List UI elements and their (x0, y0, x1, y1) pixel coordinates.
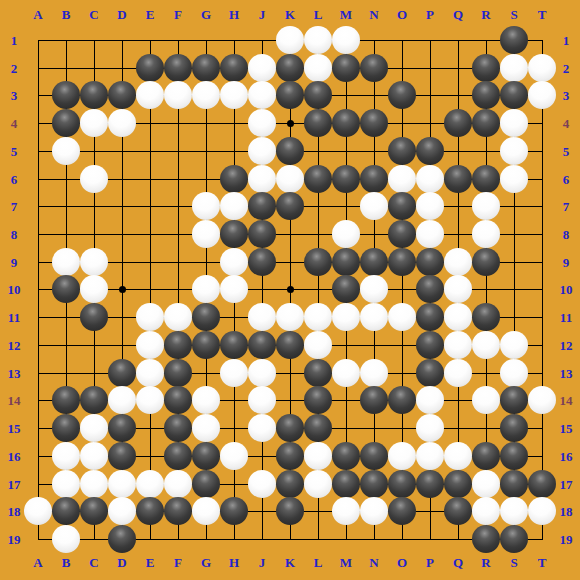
stone-white-R12 (472, 331, 500, 359)
row-label-right-11: 11 (560, 311, 572, 324)
stone-black-G17 (192, 470, 220, 498)
stone-white-N10 (360, 275, 388, 303)
row-label-right-16: 16 (560, 450, 573, 463)
stone-white-S5 (500, 137, 528, 165)
stone-white-F17 (164, 470, 192, 498)
stone-black-Q18 (444, 497, 472, 525)
stone-white-G10 (192, 275, 220, 303)
stone-black-Q17 (444, 470, 472, 498)
stone-white-S2 (500, 54, 528, 82)
stone-black-D13 (108, 359, 136, 387)
stone-black-R16 (472, 442, 500, 470)
stone-white-E14 (136, 386, 164, 414)
col-label-bottom-S: S (510, 556, 517, 569)
col-label-bottom-L: L (314, 556, 323, 569)
stone-black-O3 (388, 81, 416, 109)
stone-white-L16 (304, 442, 332, 470)
go-board-app: AABBCCDDEEFFGGHHJJKKLLMMNNOOPPQQRRSSTT11… (0, 0, 580, 580)
stone-white-R7 (472, 192, 500, 220)
stone-white-R17 (472, 470, 500, 498)
stone-black-C3 (80, 81, 108, 109)
stone-white-C16 (80, 442, 108, 470)
board-grid-line-vertical (38, 40, 39, 540)
stone-white-B16 (52, 442, 80, 470)
stone-white-B17 (52, 470, 80, 498)
stone-white-S4 (500, 109, 528, 137)
row-label-left-19: 19 (8, 533, 21, 546)
stone-black-O14 (388, 386, 416, 414)
row-label-left-5: 5 (11, 145, 18, 158)
row-label-left-1: 1 (11, 34, 18, 47)
row-label-left-2: 2 (11, 62, 18, 75)
stone-white-G7 (192, 192, 220, 220)
stone-white-M1 (332, 26, 360, 54)
stone-white-E13 (136, 359, 164, 387)
stone-black-B3 (52, 81, 80, 109)
stone-white-C15 (80, 414, 108, 442)
row-label-left-16: 16 (8, 450, 21, 463)
stone-white-E12 (136, 331, 164, 359)
stone-white-Q9 (444, 248, 472, 276)
stone-white-O6 (388, 165, 416, 193)
row-label-left-7: 7 (11, 200, 18, 213)
stone-black-N4 (360, 109, 388, 137)
col-label-bottom-A: A (33, 556, 42, 569)
col-label-bottom-E: E (146, 556, 155, 569)
stone-black-P5 (416, 137, 444, 165)
stone-white-J5 (248, 137, 276, 165)
stone-white-M18 (332, 497, 360, 525)
stone-black-E18 (136, 497, 164, 525)
stone-black-S15 (500, 414, 528, 442)
stone-white-H16 (220, 442, 248, 470)
stone-white-J11 (248, 303, 276, 331)
stone-white-C6 (80, 165, 108, 193)
row-label-right-12: 12 (560, 339, 573, 352)
stone-white-N18 (360, 497, 388, 525)
stone-black-S16 (500, 442, 528, 470)
stone-black-B10 (52, 275, 80, 303)
stone-black-K18 (276, 497, 304, 525)
stone-white-G18 (192, 497, 220, 525)
stone-black-Q6 (444, 165, 472, 193)
stone-black-S1 (500, 26, 528, 54)
stone-white-C9 (80, 248, 108, 276)
col-label-top-G: G (201, 8, 211, 21)
row-label-right-6: 6 (563, 173, 570, 186)
stone-white-S6 (500, 165, 528, 193)
stone-black-G12 (192, 331, 220, 359)
col-label-top-R: R (481, 8, 490, 21)
row-label-left-9: 9 (11, 256, 18, 269)
row-label-right-18: 18 (560, 505, 573, 518)
stone-black-S3 (500, 81, 528, 109)
col-label-bottom-R: R (481, 556, 490, 569)
stone-black-N2 (360, 54, 388, 82)
col-label-top-P: P (426, 8, 434, 21)
col-label-bottom-N: N (369, 556, 378, 569)
stone-white-G14 (192, 386, 220, 414)
stone-black-L4 (304, 109, 332, 137)
stone-black-S17 (500, 470, 528, 498)
stone-white-P7 (416, 192, 444, 220)
row-label-right-17: 17 (560, 478, 573, 491)
stone-black-O8 (388, 220, 416, 248)
stone-white-J2 (248, 54, 276, 82)
stone-black-M2 (332, 54, 360, 82)
stone-white-L17 (304, 470, 332, 498)
stone-white-R8 (472, 220, 500, 248)
row-label-right-19: 19 (560, 533, 573, 546)
col-label-top-T: T (538, 8, 547, 21)
col-label-top-S: S (510, 8, 517, 21)
stone-white-P16 (416, 442, 444, 470)
col-label-bottom-Q: Q (453, 556, 463, 569)
stone-black-J7 (248, 192, 276, 220)
stone-white-D18 (108, 497, 136, 525)
stone-white-C17 (80, 470, 108, 498)
stone-white-H9 (220, 248, 248, 276)
stone-white-J17 (248, 470, 276, 498)
star-point-K10 (287, 286, 294, 293)
row-label-left-10: 10 (8, 283, 21, 296)
stone-black-N16 (360, 442, 388, 470)
stone-white-S18 (500, 497, 528, 525)
stone-white-Q16 (444, 442, 472, 470)
stone-white-T14 (528, 386, 556, 414)
row-label-right-4: 4 (563, 117, 570, 130)
col-label-top-A: A (33, 8, 42, 21)
stone-white-L11 (304, 303, 332, 331)
stone-black-F18 (164, 497, 192, 525)
stone-white-L1 (304, 26, 332, 54)
stone-white-B9 (52, 248, 80, 276)
stone-black-H12 (220, 331, 248, 359)
stone-black-O17 (388, 470, 416, 498)
stone-black-B18 (52, 497, 80, 525)
stone-black-M10 (332, 275, 360, 303)
stone-white-A18 (24, 497, 52, 525)
stone-white-R18 (472, 497, 500, 525)
stone-black-B14 (52, 386, 80, 414)
stone-black-J8 (248, 220, 276, 248)
stone-white-J14 (248, 386, 276, 414)
col-label-bottom-B: B (62, 556, 71, 569)
stone-white-T18 (528, 497, 556, 525)
stone-black-F15 (164, 414, 192, 442)
stone-white-B19 (52, 525, 80, 553)
row-label-right-3: 3 (563, 89, 570, 102)
stone-white-G15 (192, 414, 220, 442)
stone-white-H7 (220, 192, 248, 220)
stone-black-G11 (192, 303, 220, 331)
col-label-bottom-T: T (538, 556, 547, 569)
stone-black-K7 (276, 192, 304, 220)
stone-white-J6 (248, 165, 276, 193)
row-label-right-13: 13 (560, 367, 573, 380)
stone-black-P12 (416, 331, 444, 359)
stone-white-M13 (332, 359, 360, 387)
col-label-bottom-G: G (201, 556, 211, 569)
stone-black-R4 (472, 109, 500, 137)
stone-black-F2 (164, 54, 192, 82)
stone-white-R14 (472, 386, 500, 414)
stone-black-F12 (164, 331, 192, 359)
stone-white-F11 (164, 303, 192, 331)
col-label-bottom-O: O (397, 556, 407, 569)
stone-black-M4 (332, 109, 360, 137)
stone-black-L14 (304, 386, 332, 414)
stone-black-S14 (500, 386, 528, 414)
row-label-right-2: 2 (563, 62, 570, 75)
col-label-top-D: D (117, 8, 126, 21)
stone-white-M8 (332, 220, 360, 248)
row-label-left-12: 12 (8, 339, 21, 352)
stone-white-L12 (304, 331, 332, 359)
stone-white-B5 (52, 137, 80, 165)
stone-white-P8 (416, 220, 444, 248)
col-label-bottom-J: J (259, 556, 266, 569)
stone-black-K5 (276, 137, 304, 165)
stone-black-O18 (388, 497, 416, 525)
row-label-right-9: 9 (563, 256, 570, 269)
stone-black-R3 (472, 81, 500, 109)
stone-white-T2 (528, 54, 556, 82)
stone-black-K2 (276, 54, 304, 82)
col-label-top-K: K (285, 8, 295, 21)
col-label-top-J: J (259, 8, 266, 21)
stone-white-J4 (248, 109, 276, 137)
row-label-left-18: 18 (8, 505, 21, 518)
board-grid-line-vertical (542, 40, 543, 540)
stone-white-P6 (416, 165, 444, 193)
stone-white-Q12 (444, 331, 472, 359)
stone-black-S19 (500, 525, 528, 553)
stone-black-N6 (360, 165, 388, 193)
stone-white-K1 (276, 26, 304, 54)
stone-black-B15 (52, 414, 80, 442)
row-label-left-4: 4 (11, 117, 18, 130)
stone-white-O11 (388, 303, 416, 331)
stone-white-F3 (164, 81, 192, 109)
row-label-right-15: 15 (560, 422, 573, 435)
stone-white-O16 (388, 442, 416, 470)
stone-black-R2 (472, 54, 500, 82)
stone-black-F16 (164, 442, 192, 470)
stone-black-P13 (416, 359, 444, 387)
stone-black-N14 (360, 386, 388, 414)
col-label-top-B: B (62, 8, 71, 21)
stone-black-J12 (248, 331, 276, 359)
row-label-left-11: 11 (8, 311, 20, 324)
stone-black-P11 (416, 303, 444, 331)
stone-black-R19 (472, 525, 500, 553)
stone-black-O7 (388, 192, 416, 220)
stone-black-D3 (108, 81, 136, 109)
stone-white-J13 (248, 359, 276, 387)
stone-black-Q4 (444, 109, 472, 137)
row-label-right-8: 8 (563, 228, 570, 241)
row-label-left-17: 17 (8, 478, 21, 491)
col-label-top-E: E (146, 8, 155, 21)
col-label-bottom-C: C (89, 556, 98, 569)
stone-white-C4 (80, 109, 108, 137)
stone-black-K16 (276, 442, 304, 470)
stone-white-E3 (136, 81, 164, 109)
stone-black-C18 (80, 497, 108, 525)
stone-black-D19 (108, 525, 136, 553)
stone-black-N17 (360, 470, 388, 498)
stone-white-Q11 (444, 303, 472, 331)
stone-black-R6 (472, 165, 500, 193)
row-label-right-5: 5 (563, 145, 570, 158)
stone-black-L3 (304, 81, 332, 109)
stone-white-D14 (108, 386, 136, 414)
stone-white-H10 (220, 275, 248, 303)
stone-black-H8 (220, 220, 248, 248)
stone-black-K17 (276, 470, 304, 498)
stone-white-N13 (360, 359, 388, 387)
col-label-bottom-M: M (340, 556, 352, 569)
star-point-D10 (119, 286, 126, 293)
stone-black-P9 (416, 248, 444, 276)
stone-white-P14 (416, 386, 444, 414)
stone-white-S13 (500, 359, 528, 387)
stone-black-P17 (416, 470, 444, 498)
col-label-top-L: L (314, 8, 323, 21)
stone-black-L6 (304, 165, 332, 193)
stone-white-G8 (192, 220, 220, 248)
stone-black-F13 (164, 359, 192, 387)
stone-white-N11 (360, 303, 388, 331)
row-label-left-13: 13 (8, 367, 21, 380)
stone-black-K12 (276, 331, 304, 359)
stone-black-P10 (416, 275, 444, 303)
stone-white-T3 (528, 81, 556, 109)
stone-black-M9 (332, 248, 360, 276)
stone-black-D16 (108, 442, 136, 470)
stone-white-P15 (416, 414, 444, 442)
stone-white-N7 (360, 192, 388, 220)
col-label-top-Q: Q (453, 8, 463, 21)
stone-black-L13 (304, 359, 332, 387)
stone-black-H2 (220, 54, 248, 82)
stone-white-Q10 (444, 275, 472, 303)
col-label-top-M: M (340, 8, 352, 21)
stone-white-K11 (276, 303, 304, 331)
stone-black-G16 (192, 442, 220, 470)
row-label-left-14: 14 (8, 394, 21, 407)
stone-black-F14 (164, 386, 192, 414)
row-label-right-14: 14 (560, 394, 573, 407)
stone-white-K6 (276, 165, 304, 193)
stone-black-K3 (276, 81, 304, 109)
stone-white-H13 (220, 359, 248, 387)
stone-black-E2 (136, 54, 164, 82)
stone-black-R9 (472, 248, 500, 276)
col-label-top-F: F (174, 8, 182, 21)
row-label-left-8: 8 (11, 228, 18, 241)
row-label-left-15: 15 (8, 422, 21, 435)
row-label-right-7: 7 (563, 200, 570, 213)
stone-white-L2 (304, 54, 332, 82)
col-label-top-H: H (229, 8, 239, 21)
stone-black-C14 (80, 386, 108, 414)
col-label-bottom-D: D (117, 556, 126, 569)
stone-black-H6 (220, 165, 248, 193)
stone-black-O9 (388, 248, 416, 276)
col-label-top-N: N (369, 8, 378, 21)
stone-black-H18 (220, 497, 248, 525)
go-board[interactable]: AABBCCDDEEFFGGHHJJKKLLMMNNOOPPQQRRSSTT11… (0, 0, 580, 580)
row-label-right-1: 1 (563, 34, 570, 47)
stone-black-M17 (332, 470, 360, 498)
stone-white-M11 (332, 303, 360, 331)
stone-white-Q13 (444, 359, 472, 387)
stone-white-J3 (248, 81, 276, 109)
stone-black-L15 (304, 414, 332, 442)
stone-black-M6 (332, 165, 360, 193)
stone-black-O5 (388, 137, 416, 165)
row-label-right-10: 10 (560, 283, 573, 296)
stone-white-D17 (108, 470, 136, 498)
stone-white-C10 (80, 275, 108, 303)
row-label-left-6: 6 (11, 173, 18, 186)
col-label-top-C: C (89, 8, 98, 21)
stone-black-D15 (108, 414, 136, 442)
stone-black-G2 (192, 54, 220, 82)
stone-black-L9 (304, 248, 332, 276)
col-label-top-O: O (397, 8, 407, 21)
stone-black-N9 (360, 248, 388, 276)
col-label-bottom-F: F (174, 556, 182, 569)
stone-black-R11 (472, 303, 500, 331)
row-label-left-3: 3 (11, 89, 18, 102)
col-label-bottom-H: H (229, 556, 239, 569)
stone-white-J15 (248, 414, 276, 442)
stone-white-G3 (192, 81, 220, 109)
stone-white-S12 (500, 331, 528, 359)
stone-white-E17 (136, 470, 164, 498)
col-label-bottom-K: K (285, 556, 295, 569)
stone-black-C11 (80, 303, 108, 331)
col-label-bottom-P: P (426, 556, 434, 569)
star-point-K4 (287, 120, 294, 127)
stone-white-D4 (108, 109, 136, 137)
stone-black-M16 (332, 442, 360, 470)
stone-black-B4 (52, 109, 80, 137)
stone-black-J9 (248, 248, 276, 276)
stone-black-K15 (276, 414, 304, 442)
board-grid-line-vertical (150, 40, 151, 540)
stone-black-T17 (528, 470, 556, 498)
stone-white-E11 (136, 303, 164, 331)
stone-white-H3 (220, 81, 248, 109)
